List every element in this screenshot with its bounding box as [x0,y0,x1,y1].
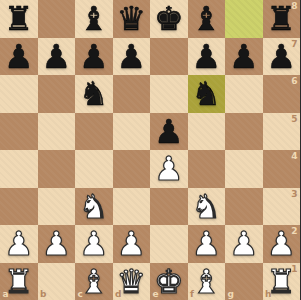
square-h6[interactable]: 6 [263,75,301,113]
piece-black-bishop[interactable]: ♝ [79,0,109,38]
square-a1[interactable]: ♜a [0,263,38,300]
piece-white-pawn[interactable]: ♟ [266,225,296,263]
square-f5[interactable] [188,113,226,151]
square-b8[interactable] [38,0,76,38]
square-g1[interactable]: g [225,263,263,300]
piece-black-pawn[interactable]: ♟ [79,38,109,76]
piece-black-pawn[interactable]: ♟ [266,38,296,76]
piece-white-pawn[interactable]: ♟ [229,225,259,263]
piece-white-pawn[interactable]: ♟ [191,225,221,263]
square-f4[interactable] [188,150,226,188]
piece-black-pawn[interactable]: ♟ [116,38,146,76]
square-f8[interactable]: ♝ [188,0,226,38]
piece-black-pawn[interactable]: ♟ [41,38,71,76]
square-e7[interactable] [150,38,188,76]
square-h4[interactable]: 4 [263,150,301,188]
piece-black-pawn[interactable]: ♟ [4,38,34,76]
square-f6[interactable]: ♞ [188,75,226,113]
square-a6[interactable] [0,75,38,113]
piece-white-bishop[interactable]: ♝ [191,263,221,300]
piece-black-bishop[interactable]: ♝ [191,0,221,38]
square-h8[interactable]: ♜8 [263,0,301,38]
square-d7[interactable]: ♟ [113,38,151,76]
rank-label-3: 3 [291,190,297,199]
square-e2[interactable] [150,225,188,263]
file-label-g: g [228,290,234,299]
square-g5[interactable] [225,113,263,151]
square-b2[interactable]: ♟ [38,225,76,263]
square-d1[interactable]: ♛d [113,263,151,300]
square-g8[interactable] [225,0,263,38]
piece-black-rook[interactable]: ♜ [266,0,296,38]
square-b7[interactable]: ♟ [38,38,76,76]
square-g3[interactable] [225,188,263,226]
square-f2[interactable]: ♟ [188,225,226,263]
square-d4[interactable] [113,150,151,188]
square-d5[interactable] [113,113,151,151]
square-b4[interactable] [38,150,76,188]
piece-black-pawn[interactable]: ♟ [154,113,184,151]
square-c4[interactable] [75,150,113,188]
piece-white-queen[interactable]: ♛ [116,263,146,300]
square-d2[interactable]: ♟ [113,225,151,263]
piece-black-queen[interactable]: ♛ [116,0,146,38]
square-e4[interactable]: ♟ [150,150,188,188]
square-h1[interactable]: ♜1h [263,263,301,300]
piece-white-rook[interactable]: ♜ [4,263,34,300]
piece-black-king[interactable]: ♚ [154,0,184,38]
square-b1[interactable]: b [38,263,76,300]
square-g4[interactable] [225,150,263,188]
square-a8[interactable]: ♜ [0,0,38,38]
square-b3[interactable] [38,188,76,226]
square-c2[interactable]: ♟ [75,225,113,263]
square-e1[interactable]: ♚e [150,263,188,300]
square-h7[interactable]: ♟7 [263,38,301,76]
square-e6[interactable] [150,75,188,113]
piece-white-king[interactable]: ♚ [154,263,184,300]
square-c3[interactable]: ♞ [75,188,113,226]
square-a3[interactable] [0,188,38,226]
square-b5[interactable] [38,113,76,151]
piece-white-rook[interactable]: ♜ [266,263,296,300]
piece-white-pawn[interactable]: ♟ [116,225,146,263]
rank-label-4: 4 [291,152,297,161]
square-h3[interactable]: 3 [263,188,301,226]
square-e8[interactable]: ♚ [150,0,188,38]
square-h2[interactable]: ♟2 [263,225,301,263]
square-g7[interactable]: ♟ [225,38,263,76]
square-f3[interactable]: ♞ [188,188,226,226]
piece-black-knight[interactable]: ♞ [191,75,221,113]
square-c8[interactable]: ♝ [75,0,113,38]
piece-white-pawn[interactable]: ♟ [154,150,184,188]
piece-black-pawn[interactable]: ♟ [229,38,259,76]
file-label-b: b [40,290,46,299]
square-e3[interactable] [150,188,188,226]
square-g6[interactable] [225,75,263,113]
square-h5[interactable]: 5 [263,113,301,151]
square-f7[interactable]: ♟ [188,38,226,76]
square-b6[interactable] [38,75,76,113]
piece-black-pawn[interactable]: ♟ [191,38,221,76]
piece-white-knight[interactable]: ♞ [79,188,109,226]
chess-board: ♜♝♛♚♝♜8♟♟♟♟♟♟♟7♞♞6♟5♟4♞♞3♟♟♟♟♟♟♟2♜ab♝c♛d… [0,0,300,300]
piece-white-knight[interactable]: ♞ [191,188,221,226]
square-a2[interactable]: ♟ [0,225,38,263]
board-container: ♜♝♛♚♝♜8♟♟♟♟♟♟♟7♞♞6♟5♟4♞♞3♟♟♟♟♟♟♟2♜ab♝c♛d… [0,0,300,300]
square-e5[interactable]: ♟ [150,113,188,151]
square-c6[interactable]: ♞ [75,75,113,113]
square-d8[interactable]: ♛ [113,0,151,38]
square-f1[interactable]: ♝f [188,263,226,300]
rank-label-5: 5 [291,115,297,124]
square-a5[interactable] [0,113,38,151]
square-g2[interactable]: ♟ [225,225,263,263]
square-c5[interactable] [75,113,113,151]
square-c1[interactable]: ♝c [75,263,113,300]
square-a4[interactable] [0,150,38,188]
square-a7[interactable]: ♟ [0,38,38,76]
piece-white-pawn[interactable]: ♟ [4,225,34,263]
piece-black-rook[interactable]: ♜ [4,0,34,38]
square-c7[interactable]: ♟ [75,38,113,76]
piece-white-pawn[interactable]: ♟ [41,225,71,263]
piece-black-knight[interactable]: ♞ [79,75,109,113]
square-d3[interactable] [113,188,151,226]
rank-label-6: 6 [291,77,297,86]
square-d6[interactable] [113,75,151,113]
piece-white-pawn[interactable]: ♟ [79,225,109,263]
piece-white-bishop[interactable]: ♝ [79,263,109,300]
